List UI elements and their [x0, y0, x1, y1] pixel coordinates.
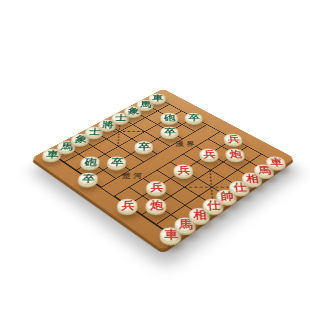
- piece-red-soldier: 兵: [220, 132, 245, 147]
- piece-glyph: 兵: [177, 165, 190, 174]
- piece-glyph: 仕: [206, 200, 220, 211]
- piece-glyph: 炮: [228, 150, 241, 159]
- piece-green-soldier: 卒: [74, 170, 101, 187]
- board-mat: 楚河 漢界 車馬象士將士象馬車砲砲卒卒卒卒卒兵兵兵兵兵炮炮車馬相仕帥仕相馬車: [31, 89, 294, 251]
- piece-glyph: 馬: [257, 165, 271, 174]
- piece-red-soldier: 兵: [170, 162, 197, 179]
- piece-glyph: 卒: [188, 114, 200, 122]
- piece-glyph: 帥: [219, 191, 233, 201]
- piece-green-soldier: 卒: [131, 139, 157, 154]
- piece-glyph: 相: [192, 209, 206, 220]
- piece-glyph: 馬: [140, 101, 151, 108]
- piece-glyph: 士: [88, 128, 101, 136]
- piece-red-soldier: 兵: [196, 146, 222, 162]
- piece-green-soldier: 卒: [103, 154, 129, 170]
- piece-green-cannon: 砲: [77, 154, 103, 170]
- piece-glyph: 兵: [120, 200, 134, 211]
- piece-glyph: 兵: [150, 182, 163, 192]
- piece-red-soldier: 兵: [113, 196, 142, 215]
- piece-glyph: 兵: [227, 135, 240, 143]
- piece-glyph: 炮: [149, 200, 162, 211]
- piece-glyph: 卒: [110, 157, 123, 166]
- xiangqi-product-photo: 楚河 漢界 車馬象士將士象馬車砲砲卒卒卒卒卒兵兵兵兵兵炮炮車馬相仕帥仕相馬車: [0, 0, 310, 310]
- piece-green-soldier: 卒: [181, 111, 205, 125]
- piece-green-cannon: 砲: [157, 111, 181, 125]
- piece-glyph: 仕: [232, 182, 246, 192]
- piece-glyph: 兵: [202, 150, 215, 159]
- piece-glyph: 車: [164, 229, 178, 241]
- piece-green-soldier: 卒: [157, 125, 182, 139]
- piece-glyph: 象: [127, 107, 139, 115]
- piece-glyph: 卒: [138, 142, 150, 151]
- piece-red-cannon: 炮: [222, 146, 248, 162]
- piece-glyph: 士: [114, 114, 126, 122]
- piece-glyph: 卒: [164, 128, 176, 136]
- piece-glyph: 砲: [163, 114, 174, 122]
- piece-glyph: 將: [101, 121, 113, 129]
- piece-glyph: 卒: [81, 174, 95, 184]
- pieces-layer: 車馬象士將士象馬車砲砲卒卒卒卒卒兵兵兵兵兵炮炮車馬相仕帥仕相馬車: [31, 89, 294, 251]
- piece-glyph: 馬: [178, 219, 192, 230]
- piece-red-soldier: 兵: [142, 179, 170, 197]
- piece-glyph: 馬: [60, 142, 73, 151]
- piece-glyph: 相: [245, 174, 259, 184]
- piece-glyph: 象: [74, 135, 87, 143]
- xiangqi-board: 楚河 漢界 車馬象士將士象馬車砲砲卒卒卒卒卒兵兵兵兵兵炮炮車馬相仕帥仕相馬車: [31, 89, 294, 251]
- piece-red-cannon: 炮: [142, 196, 171, 215]
- piece-glyph: 砲: [83, 157, 96, 166]
- piece-glyph: 車: [152, 94, 163, 101]
- piece-glyph: 車: [269, 157, 283, 166]
- piece-glyph: 車: [45, 150, 59, 159]
